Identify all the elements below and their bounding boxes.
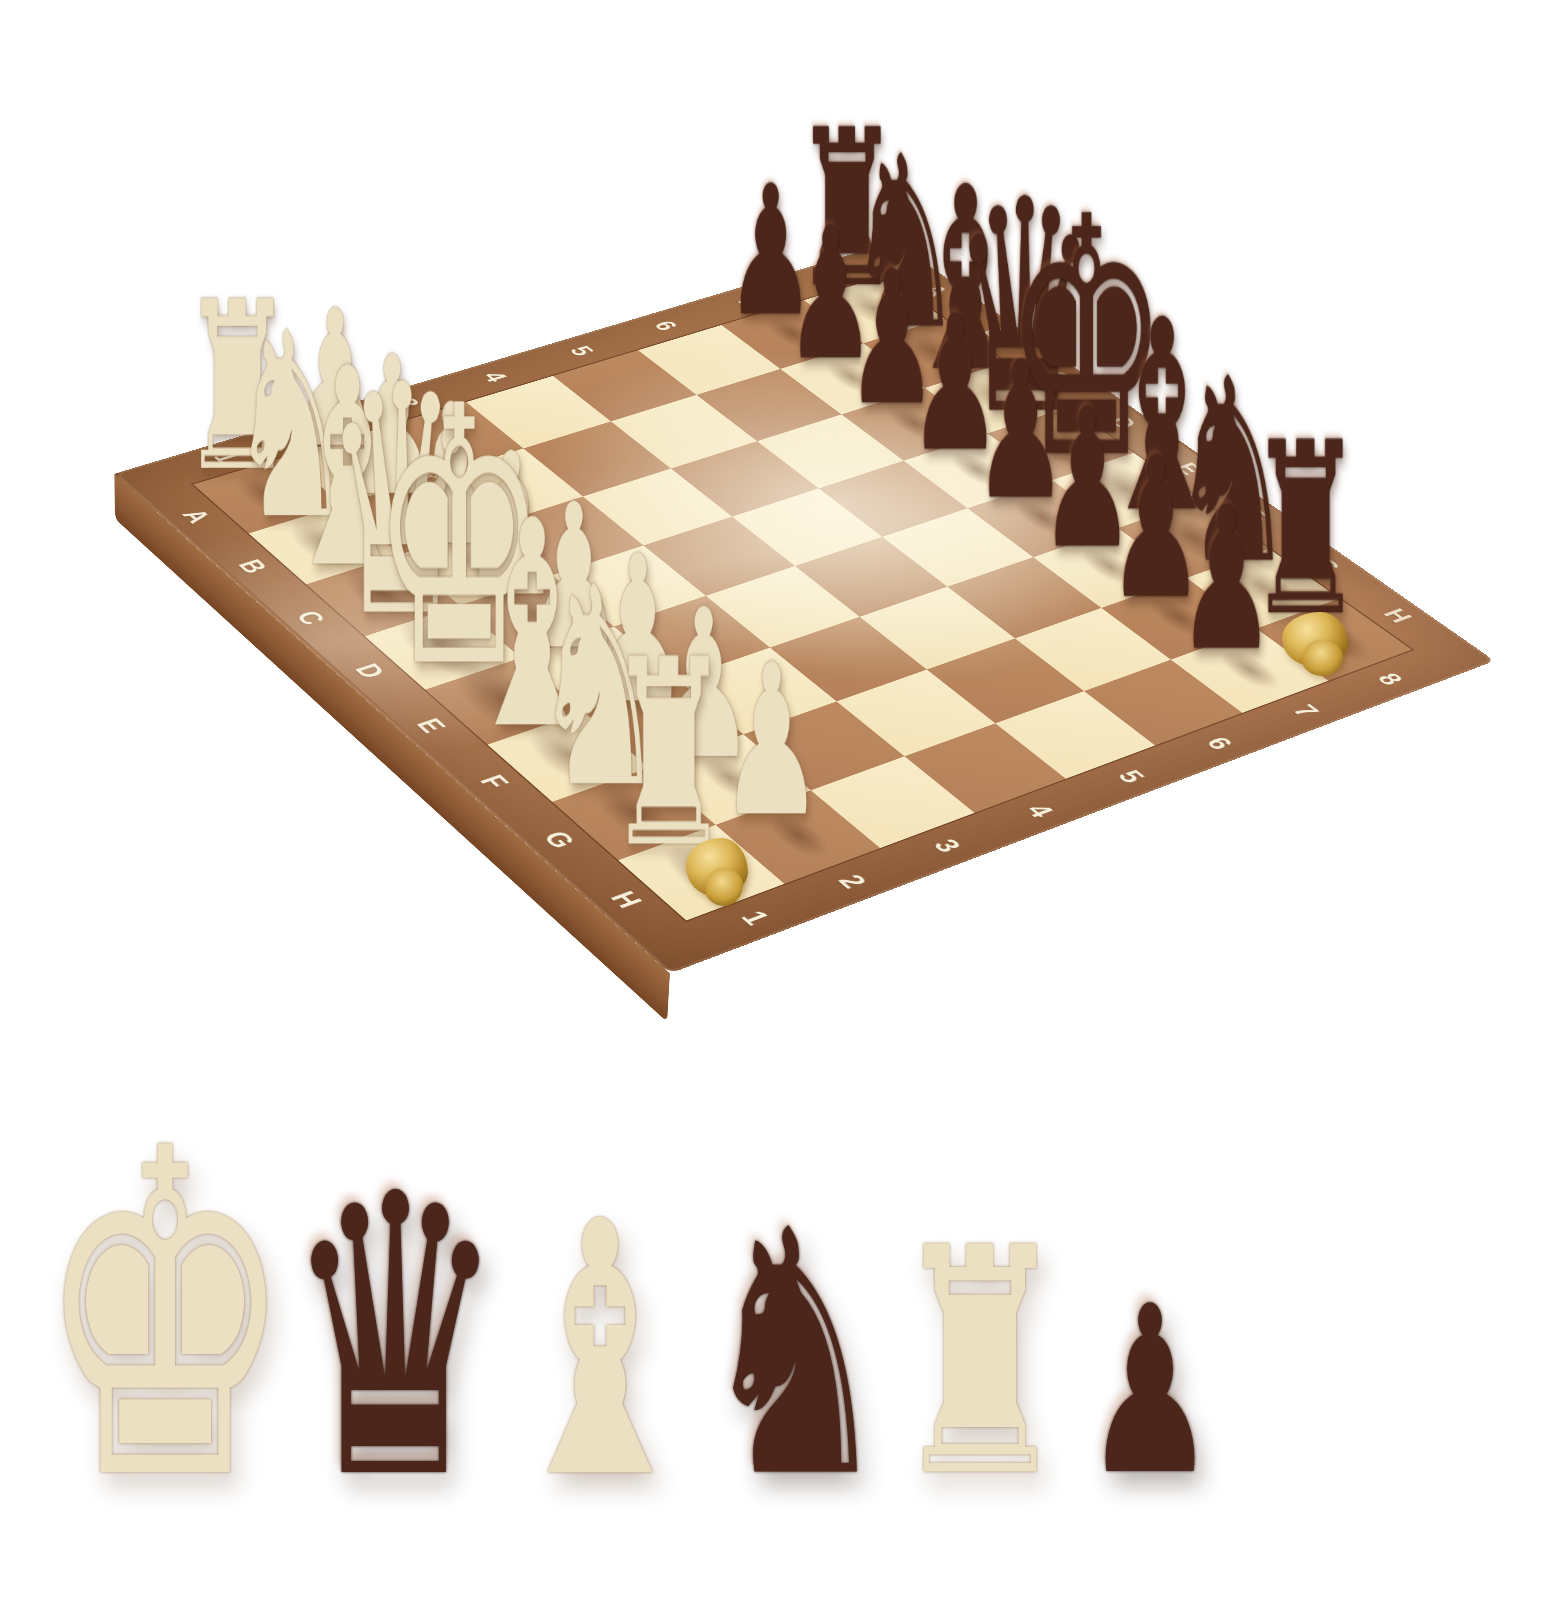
white-king-sample: ♚ <box>36 1092 294 1542</box>
white-bishop-sample: ♝ <box>500 1176 701 1526</box>
dark-pawn-sample: ♟ <box>1084 1276 1217 1507</box>
chess-board: ABCDEFGH ABCDEFGH 87654321 87654321 ♜♞♝♛… <box>114 241 1494 973</box>
pieces-layer: ♜♞♝♛♚♝♞♜♟♟♟♟♟♟♟♟♟♟♟♟♟♟♟♟♜♞♝♛♚♝♞♜ <box>193 276 1411 920</box>
dark-queen-sample: ♛ <box>284 1145 506 1533</box>
chess-set-photo: ABCDEFGH ABCDEFGH 87654321 87654321 ♜♞♝♛… <box>0 0 1560 1600</box>
dark-knight-sample: ♞ <box>698 1187 892 1525</box>
white-rook-sample: ♜ <box>890 1208 1069 1521</box>
board-scene: ABCDEFGH ABCDEFGH 87654321 87654321 ♜♞♝♛… <box>0 0 1560 1040</box>
piece-lineup: ♚♛♝♞♜♟ <box>0 1018 1560 1470</box>
